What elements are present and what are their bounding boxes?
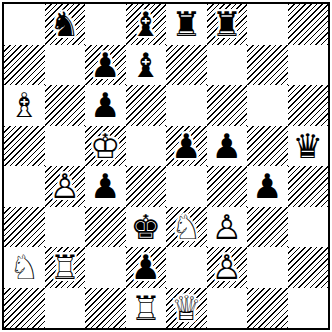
square-b8[interactable]: ♞ [45, 4, 86, 45]
black-pawn[interactable]: ♟ [166, 126, 207, 167]
white-king[interactable]: ♚♔ [85, 126, 126, 167]
square-e5[interactable]: ♟ [166, 126, 207, 167]
square-e8[interactable]: ♜ [166, 4, 207, 45]
white-pawn-icon: ♙ [45, 166, 86, 207]
square-c5[interactable]: ♚♔ [85, 126, 126, 167]
square-f1[interactable] [207, 288, 248, 329]
white-knight[interactable]: ♞♘ [4, 247, 45, 288]
white-pawn-icon: ♙ [207, 247, 248, 288]
white-knight-icon: ♘ [4, 247, 45, 288]
square-d1[interactable]: ♜♖ [126, 288, 167, 329]
square-f3[interactable]: ♟♙ [207, 207, 248, 248]
black-queen-icon: ♛ [288, 126, 329, 167]
black-pawn-icon: ♟ [166, 126, 207, 167]
square-c1[interactable] [85, 288, 126, 329]
white-knight-icon: ♘ [166, 207, 207, 248]
white-pawn[interactable]: ♟♙ [45, 166, 86, 207]
black-pawn-icon: ♟ [247, 166, 288, 207]
black-king-icon: ♚ [126, 207, 167, 248]
white-bishop[interactable]: ♝♗ [4, 85, 45, 126]
square-d2[interactable]: ♟ [126, 247, 167, 288]
black-bishop-icon: ♝ [126, 45, 167, 86]
square-g5[interactable] [247, 126, 288, 167]
black-pawn[interactable]: ♟ [85, 166, 126, 207]
square-g4[interactable]: ♟ [247, 166, 288, 207]
square-h1[interactable] [288, 288, 329, 329]
square-d8[interactable]: ♝ [126, 4, 167, 45]
square-b2[interactable]: ♜♖ [45, 247, 86, 288]
square-b1[interactable] [45, 288, 86, 329]
black-pawn-icon: ♟ [85, 45, 126, 86]
black-knight[interactable]: ♞ [45, 4, 86, 45]
black-queen[interactable]: ♛ [288, 126, 329, 167]
white-bishop-icon: ♗ [4, 85, 45, 126]
square-b3[interactable] [45, 207, 86, 248]
square-f7[interactable] [207, 45, 248, 86]
square-d7[interactable]: ♝ [126, 45, 167, 86]
square-f4[interactable] [207, 166, 248, 207]
black-rook[interactable]: ♜ [166, 4, 207, 45]
square-e7[interactable] [166, 45, 207, 86]
chess-board-frame: ♞♝♜♜♟♝♝♗♟♚♔♟♟♛♟♙♟♟♚♞♘♟♙♞♘♜♖♟♟♙♜♖♛♕ [2, 2, 330, 330]
square-f8[interactable]: ♜ [207, 4, 248, 45]
square-f5[interactable]: ♟ [207, 126, 248, 167]
square-d6[interactable] [126, 85, 167, 126]
white-rook[interactable]: ♜♖ [45, 247, 86, 288]
square-a6[interactable]: ♝♗ [4, 85, 45, 126]
square-e6[interactable] [166, 85, 207, 126]
black-pawn[interactable]: ♟ [207, 126, 248, 167]
black-knight-icon: ♞ [45, 4, 86, 45]
black-bishop-icon: ♝ [126, 4, 167, 45]
square-e4[interactable] [166, 166, 207, 207]
white-pawn-icon: ♙ [207, 207, 248, 248]
white-knight[interactable]: ♞♘ [166, 207, 207, 248]
square-f6[interactable] [207, 85, 248, 126]
square-a7[interactable] [4, 45, 45, 86]
square-c3[interactable] [85, 207, 126, 248]
square-d5[interactable] [126, 126, 167, 167]
square-h7[interactable] [288, 45, 329, 86]
square-g8[interactable] [247, 4, 288, 45]
black-pawn-icon: ♟ [126, 247, 167, 288]
black-pawn-icon: ♟ [207, 126, 248, 167]
square-g3[interactable] [247, 207, 288, 248]
square-b7[interactable] [45, 45, 86, 86]
black-pawn[interactable]: ♟ [85, 45, 126, 86]
square-h5[interactable]: ♛ [288, 126, 329, 167]
square-b5[interactable] [45, 126, 86, 167]
square-h2[interactable] [288, 247, 329, 288]
square-g2[interactable] [247, 247, 288, 288]
black-rook-icon: ♜ [207, 4, 248, 45]
square-a8[interactable] [4, 4, 45, 45]
black-pawn[interactable]: ♟ [126, 247, 167, 288]
white-pawn[interactable]: ♟♙ [207, 207, 248, 248]
black-pawn[interactable]: ♟ [247, 166, 288, 207]
white-queen-icon: ♕ [166, 288, 207, 329]
square-h8[interactable] [288, 4, 329, 45]
square-b4[interactable]: ♟♙ [45, 166, 86, 207]
square-c7[interactable]: ♟ [85, 45, 126, 86]
square-g1[interactable] [247, 288, 288, 329]
square-e2[interactable] [166, 247, 207, 288]
square-d3[interactable]: ♚ [126, 207, 167, 248]
square-h4[interactable] [288, 166, 329, 207]
square-c2[interactable] [85, 247, 126, 288]
chess-board: ♞♝♜♜♟♝♝♗♟♚♔♟♟♛♟♙♟♟♚♞♘♟♙♞♘♜♖♟♟♙♜♖♛♕ [4, 4, 328, 328]
square-a5[interactable] [4, 126, 45, 167]
square-h6[interactable] [288, 85, 329, 126]
square-c8[interactable] [85, 4, 126, 45]
square-g6[interactable] [247, 85, 288, 126]
square-e3[interactable]: ♞♘ [166, 207, 207, 248]
square-c4[interactable]: ♟ [85, 166, 126, 207]
white-king-icon: ♔ [85, 126, 126, 167]
black-king[interactable]: ♚ [126, 207, 167, 248]
white-rook[interactable]: ♜♖ [126, 288, 167, 329]
black-bishop[interactable]: ♝ [126, 4, 167, 45]
black-rook-icon: ♜ [166, 4, 207, 45]
square-d4[interactable] [126, 166, 167, 207]
square-c6[interactable]: ♟ [85, 85, 126, 126]
black-pawn-icon: ♟ [85, 85, 126, 126]
square-b6[interactable] [45, 85, 86, 126]
square-h3[interactable] [288, 207, 329, 248]
square-a3[interactable] [4, 207, 45, 248]
square-a2[interactable]: ♞♘ [4, 247, 45, 288]
square-g7[interactable] [247, 45, 288, 86]
black-pawn[interactable]: ♟ [85, 85, 126, 126]
white-queen[interactable]: ♛♕ [166, 288, 207, 329]
square-a1[interactable] [4, 288, 45, 329]
black-bishop[interactable]: ♝ [126, 45, 167, 86]
square-f2[interactable]: ♟♙ [207, 247, 248, 288]
white-rook-icon: ♖ [45, 247, 86, 288]
square-e1[interactable]: ♛♕ [166, 288, 207, 329]
black-rook[interactable]: ♜ [207, 4, 248, 45]
white-pawn[interactable]: ♟♙ [207, 247, 248, 288]
square-a4[interactable] [4, 166, 45, 207]
black-pawn-icon: ♟ [85, 166, 126, 207]
white-rook-icon: ♖ [126, 288, 167, 329]
